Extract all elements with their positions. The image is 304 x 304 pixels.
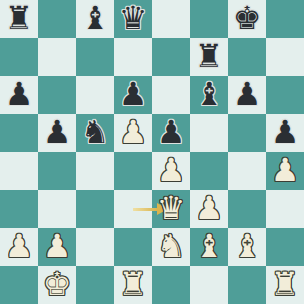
black-pawn-a6[interactable]: ♟	[0, 76, 38, 114]
square-a4[interactable]	[0, 152, 38, 190]
white-pawn-h4[interactable]: ♟	[266, 152, 304, 190]
white-pawn-b2[interactable]: ♟	[38, 228, 76, 266]
square-g4[interactable]	[228, 152, 266, 190]
square-e7[interactable]	[152, 38, 190, 76]
square-e6[interactable]	[152, 76, 190, 114]
square-c7[interactable]	[76, 38, 114, 76]
black-king-g8[interactable]: ♚	[228, 0, 266, 38]
white-bishop-g2[interactable]: ♝	[228, 228, 266, 266]
square-c8[interactable]: ♝	[76, 0, 114, 38]
square-d4[interactable]	[114, 152, 152, 190]
square-h5[interactable]: ♟	[266, 114, 304, 152]
white-rook-d1[interactable]: ♜	[114, 266, 152, 304]
square-d1[interactable]: ♜	[114, 266, 152, 304]
square-h2[interactable]	[266, 228, 304, 266]
chess-board: ♜♝♛♚♜♟♟♝♟♟♞♟♟♟♟♟♛♟♟♟♞♝♝♚♜♜	[0, 0, 304, 304]
square-f8[interactable]	[190, 0, 228, 38]
square-d8[interactable]: ♛	[114, 0, 152, 38]
square-e2[interactable]: ♞	[152, 228, 190, 266]
square-h1[interactable]: ♜	[266, 266, 304, 304]
square-g2[interactable]: ♝	[228, 228, 266, 266]
square-b6[interactable]	[38, 76, 76, 114]
white-pawn-f3[interactable]: ♟	[190, 190, 228, 228]
square-b5[interactable]: ♟	[38, 114, 76, 152]
square-c6[interactable]	[76, 76, 114, 114]
square-g8[interactable]: ♚	[228, 0, 266, 38]
white-rook-h1[interactable]: ♜	[266, 266, 304, 304]
square-d2[interactable]	[114, 228, 152, 266]
square-a3[interactable]	[0, 190, 38, 228]
square-c4[interactable]	[76, 152, 114, 190]
square-a7[interactable]	[0, 38, 38, 76]
white-bishop-f2[interactable]: ♝	[190, 228, 228, 266]
black-pawn-g6[interactable]: ♟	[228, 76, 266, 114]
square-b8[interactable]	[38, 0, 76, 38]
square-h8[interactable]	[266, 0, 304, 38]
square-h6[interactable]	[266, 76, 304, 114]
black-pawn-e5[interactable]: ♟	[152, 114, 190, 152]
square-d7[interactable]	[114, 38, 152, 76]
square-h7[interactable]	[266, 38, 304, 76]
square-d6[interactable]: ♟	[114, 76, 152, 114]
black-queen-d8[interactable]: ♛	[114, 0, 152, 38]
black-pawn-b5[interactable]: ♟	[38, 114, 76, 152]
square-b3[interactable]	[38, 190, 76, 228]
black-rook-f7[interactable]: ♜	[190, 38, 228, 76]
black-knight-c5[interactable]: ♞	[76, 114, 114, 152]
square-f3[interactable]: ♟	[190, 190, 228, 228]
square-f1[interactable]	[190, 266, 228, 304]
square-a5[interactable]	[0, 114, 38, 152]
black-rook-a8[interactable]: ♜	[0, 0, 38, 38]
square-f5[interactable]	[190, 114, 228, 152]
square-a6[interactable]: ♟	[0, 76, 38, 114]
square-g1[interactable]	[228, 266, 266, 304]
black-bishop-f6[interactable]: ♝	[190, 76, 228, 114]
square-h3[interactable]	[266, 190, 304, 228]
square-b4[interactable]	[38, 152, 76, 190]
square-b2[interactable]: ♟	[38, 228, 76, 266]
square-b1[interactable]: ♚	[38, 266, 76, 304]
square-f4[interactable]	[190, 152, 228, 190]
white-knight-e2[interactable]: ♞	[152, 228, 190, 266]
square-g5[interactable]	[228, 114, 266, 152]
square-f6[interactable]: ♝	[190, 76, 228, 114]
square-a1[interactable]	[0, 266, 38, 304]
square-c2[interactable]	[76, 228, 114, 266]
black-pawn-h5[interactable]: ♟	[266, 114, 304, 152]
square-d5[interactable]: ♟	[114, 114, 152, 152]
square-g7[interactable]	[228, 38, 266, 76]
square-e3[interactable]: ♛	[152, 190, 190, 228]
white-queen-e3[interactable]: ♛	[152, 190, 190, 228]
square-f7[interactable]: ♜	[190, 38, 228, 76]
white-pawn-d5[interactable]: ♟	[114, 114, 152, 152]
black-bishop-c8[interactable]: ♝	[76, 0, 114, 38]
square-g3[interactable]	[228, 190, 266, 228]
white-pawn-a2[interactable]: ♟	[0, 228, 38, 266]
square-e4[interactable]: ♟	[152, 152, 190, 190]
square-e5[interactable]: ♟	[152, 114, 190, 152]
square-e1[interactable]	[152, 266, 190, 304]
square-a2[interactable]: ♟	[0, 228, 38, 266]
square-c3[interactable]	[76, 190, 114, 228]
square-d3[interactable]	[114, 190, 152, 228]
chess-board-container: ♜♝♛♚♜♟♟♝♟♟♞♟♟♟♟♟♛♟♟♟♞♝♝♚♜♜	[0, 0, 304, 304]
white-king-b1[interactable]: ♚	[38, 266, 76, 304]
square-f2[interactable]: ♝	[190, 228, 228, 266]
square-a8[interactable]: ♜	[0, 0, 38, 38]
black-pawn-d6[interactable]: ♟	[114, 76, 152, 114]
square-h4[interactable]: ♟	[266, 152, 304, 190]
square-c1[interactable]	[76, 266, 114, 304]
square-g6[interactable]: ♟	[228, 76, 266, 114]
square-c5[interactable]: ♞	[76, 114, 114, 152]
white-pawn-e4[interactable]: ♟	[152, 152, 190, 190]
square-e8[interactable]	[152, 0, 190, 38]
square-b7[interactable]	[38, 38, 76, 76]
